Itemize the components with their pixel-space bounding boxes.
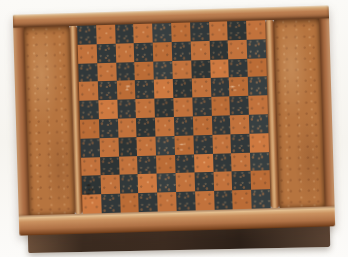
board-square[interactable] [97, 62, 116, 81]
board-square[interactable] [194, 172, 213, 191]
board-square[interactable] [153, 61, 172, 80]
board-square[interactable] [194, 153, 213, 172]
board-square[interactable] [100, 156, 119, 175]
board-square[interactable] [247, 58, 266, 77]
board-square[interactable] [118, 137, 137, 156]
board-square[interactable] [98, 100, 117, 119]
board-square[interactable] [230, 115, 249, 134]
board-square[interactable] [156, 136, 175, 155]
board-square[interactable] [135, 61, 154, 80]
board-square[interactable] [213, 172, 232, 191]
board-square[interactable] [98, 81, 117, 100]
board-square[interactable] [120, 193, 139, 212]
board-square[interactable] [213, 153, 232, 172]
board-square[interactable] [232, 190, 251, 209]
board-square[interactable] [229, 77, 248, 96]
board-square[interactable] [209, 21, 228, 40]
board-square[interactable] [190, 41, 209, 60]
board-square[interactable] [250, 133, 269, 152]
board-square[interactable] [192, 78, 211, 97]
board-square[interactable] [248, 95, 267, 114]
board-square[interactable] [229, 58, 248, 77]
board-square[interactable] [81, 157, 100, 176]
board-square[interactable] [228, 40, 247, 59]
board-square[interactable] [99, 137, 118, 156]
board-square[interactable] [115, 24, 134, 43]
board-square[interactable] [173, 98, 192, 117]
board-square[interactable] [155, 98, 174, 117]
board-square[interactable] [136, 118, 155, 137]
board-square[interactable] [137, 136, 156, 155]
board-square[interactable] [211, 115, 230, 134]
board-square[interactable] [118, 118, 137, 137]
board-square[interactable] [119, 174, 138, 193]
board-square[interactable] [157, 192, 176, 211]
board-square[interactable] [82, 176, 101, 195]
board-square[interactable] [135, 80, 154, 99]
board-square[interactable] [153, 42, 172, 61]
board-square[interactable] [152, 23, 171, 42]
board-square[interactable] [134, 24, 153, 43]
board-square[interactable] [251, 171, 270, 190]
board-square[interactable] [176, 173, 195, 192]
board-square[interactable] [79, 100, 98, 119]
board-square[interactable] [214, 190, 233, 209]
board-square[interactable] [173, 79, 192, 98]
board-square[interactable] [139, 193, 158, 212]
board-square[interactable] [193, 135, 212, 154]
board-square[interactable] [176, 192, 195, 211]
board-square[interactable] [251, 189, 270, 208]
board-square[interactable] [210, 78, 229, 97]
board-square[interactable] [80, 138, 99, 157]
board-square[interactable] [79, 82, 98, 101]
board-square[interactable] [191, 60, 210, 79]
board-square[interactable] [171, 22, 190, 41]
board-square[interactable] [175, 154, 194, 173]
board-square[interactable] [116, 81, 135, 100]
board-square[interactable] [209, 40, 228, 59]
board-square[interactable] [174, 135, 193, 154]
board-square[interactable] [211, 97, 230, 116]
board-square[interactable] [155, 117, 174, 136]
board-square[interactable] [80, 119, 99, 138]
board-square[interactable] [138, 174, 157, 193]
board-square[interactable] [99, 119, 118, 138]
board-square[interactable] [210, 59, 229, 78]
board-square[interactable] [172, 60, 191, 79]
board-square[interactable] [250, 152, 269, 171]
board-square[interactable] [247, 39, 266, 58]
board-square[interactable] [77, 25, 96, 44]
board-square[interactable] [157, 173, 176, 192]
board-square[interactable] [119, 156, 138, 175]
board-square[interactable] [249, 114, 268, 133]
board-square[interactable] [190, 22, 209, 41]
board-square[interactable] [136, 99, 155, 118]
board-square[interactable] [134, 42, 153, 61]
board-square[interactable] [193, 116, 212, 135]
board-square[interactable] [231, 134, 250, 153]
board-square[interactable] [137, 155, 156, 174]
board-square[interactable] [100, 175, 119, 194]
board-square[interactable] [231, 152, 250, 171]
board-square[interactable] [246, 20, 265, 39]
board-square[interactable] [195, 191, 214, 210]
left-piece-compartment [24, 26, 75, 215]
board-square[interactable] [117, 99, 136, 118]
board-square[interactable] [156, 155, 175, 174]
board-square[interactable] [227, 21, 246, 40]
board-square[interactable] [248, 77, 267, 96]
right-piece-compartment [274, 19, 325, 208]
board-square[interactable] [78, 44, 97, 63]
board-square[interactable] [96, 25, 115, 44]
board-square[interactable] [78, 63, 97, 82]
board-square[interactable] [115, 43, 134, 62]
board-square[interactable] [82, 194, 101, 213]
board-square[interactable] [174, 116, 193, 135]
board-square[interactable] [232, 171, 251, 190]
board-square[interactable] [212, 134, 231, 153]
board-square[interactable] [96, 44, 115, 63]
board-square[interactable] [230, 96, 249, 115]
board-square[interactable] [154, 79, 173, 98]
photo-scene [0, 0, 348, 257]
board-square[interactable] [116, 62, 135, 81]
board-square[interactable] [101, 194, 120, 213]
checkerboard [77, 20, 270, 213]
board-square[interactable] [192, 97, 211, 116]
game-tray [13, 5, 335, 235]
board-square[interactable] [172, 41, 191, 60]
